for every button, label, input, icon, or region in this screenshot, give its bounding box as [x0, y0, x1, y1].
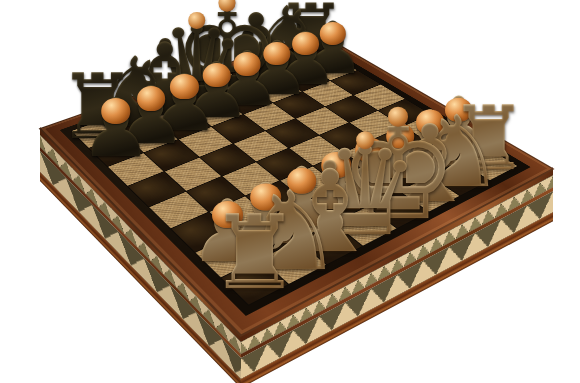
chess-set-photo: ♜♞♝♛♚♝♞♜♟♟♟♟♟♟♟♟♟♟♟♟♟♟♟♟♜♞♝♛♚♝♞♜: [0, 0, 580, 383]
light-rook[interactable]: ♜: [209, 202, 301, 304]
dark-pawn[interactable]: ♟: [80, 88, 152, 169]
pieces-layer: ♜♞♝♛♚♝♞♜♟♟♟♟♟♟♟♟♟♟♟♟♟♟♟♟♜♞♝♛♚♝♞♜: [0, 0, 580, 383]
